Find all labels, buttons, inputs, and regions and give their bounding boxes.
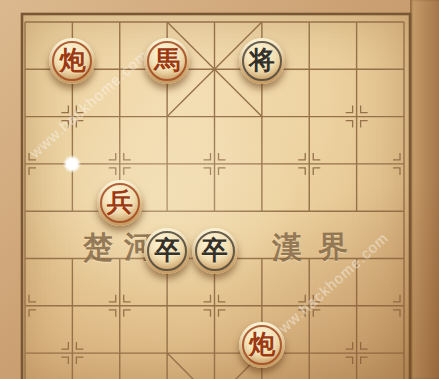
piece-character: 卒: [154, 238, 180, 264]
piece-character: 炮: [59, 48, 85, 74]
piece-character: 馬: [154, 48, 180, 74]
river-label-han-jie: 漢界: [272, 226, 365, 269]
piece-red-cannon[interactable]: 炮: [239, 322, 285, 368]
piece-red-soldier[interactable]: 兵: [97, 180, 143, 226]
piece-character: 炮: [249, 332, 275, 358]
piece-black-soldier[interactable]: 卒: [144, 228, 190, 274]
piece-character: 兵: [107, 190, 133, 216]
piece-black-general[interactable]: 将: [239, 38, 285, 84]
piece-character: 卒: [202, 238, 228, 264]
piece-character: 将: [249, 48, 275, 74]
xiangqi-board-screen: 楚河 漢界 www.hackhome.com www.hackhome.com …: [0, 0, 439, 379]
piece-black-soldier[interactable]: 卒: [192, 228, 238, 274]
